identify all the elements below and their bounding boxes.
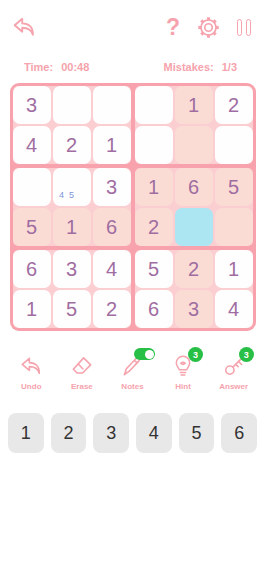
numpad-key-2[interactable]: 2 xyxy=(51,413,87,453)
cell-r2c5[interactable] xyxy=(175,126,213,164)
back-button[interactable] xyxy=(10,13,38,41)
numpad-key-4[interactable]: 4 xyxy=(136,413,172,453)
mistakes-value: 1/3 xyxy=(222,61,237,73)
settings-button[interactable] xyxy=(196,15,221,40)
answer-label: Answer xyxy=(219,382,248,391)
cell-r1c1[interactable]: 3 xyxy=(13,86,51,124)
answer-badge: 3 xyxy=(239,347,254,362)
box-1-2: 12 xyxy=(135,86,253,164)
cell-r4c2[interactable]: 1 xyxy=(53,208,91,246)
hint-badge: 3 xyxy=(188,347,203,362)
cell-r5c1[interactable]: 6 xyxy=(13,250,51,288)
cell-r4c5[interactable] xyxy=(175,208,213,246)
undo-button[interactable]: Undo xyxy=(8,353,54,391)
cell-r2c1[interactable]: 4 xyxy=(13,126,51,164)
mistakes-label: Mistakes: xyxy=(164,61,214,73)
top-bar: ? xyxy=(0,0,265,44)
cell-r3c1[interactable] xyxy=(13,168,51,206)
cell-r1c4[interactable] xyxy=(135,86,173,124)
numpad-key-6[interactable]: 6 xyxy=(221,413,257,453)
box-2-1: 453516 xyxy=(13,168,131,246)
eraser-icon xyxy=(69,353,95,379)
cell-r6c6[interactable]: 4 xyxy=(215,290,253,328)
back-arrow-icon xyxy=(10,13,38,41)
cell-r2c4[interactable] xyxy=(135,126,173,164)
answer-button[interactable]: 3 Answer xyxy=(211,353,257,391)
numpad-key-1[interactable]: 1 xyxy=(8,413,44,453)
cell-r4c6[interactable] xyxy=(215,208,253,246)
notes-label: Notes xyxy=(121,382,143,391)
sudoku-board: 3421124535161652634152521634 xyxy=(10,83,256,331)
cell-r3c4[interactable]: 1 xyxy=(135,168,173,206)
cell-r5c4[interactable]: 5 xyxy=(135,250,173,288)
notes-button[interactable]: Notes xyxy=(109,353,155,391)
toolbar: Undo Erase Notes 3 xyxy=(0,331,265,391)
cell-r1c3[interactable] xyxy=(93,86,131,124)
help-button[interactable]: ? xyxy=(166,16,180,39)
cell-r2c3[interactable]: 1 xyxy=(93,126,131,164)
cell-r1c2[interactable] xyxy=(53,86,91,124)
cell-r6c1[interactable]: 1 xyxy=(13,290,51,328)
hint-label: Hint xyxy=(175,382,191,391)
cell-r6c4[interactable]: 6 xyxy=(135,290,173,328)
box-2-2: 1652 xyxy=(135,168,253,246)
cell-r3c2[interactable]: 45 xyxy=(53,168,91,206)
cell-r2c2[interactable]: 2 xyxy=(53,126,91,164)
undo-icon xyxy=(18,353,44,379)
notes-toggle-on[interactable] xyxy=(134,348,155,360)
cell-r2c6[interactable] xyxy=(215,126,253,164)
numpad-key-3[interactable]: 3 xyxy=(93,413,129,453)
hint-button[interactable]: 3 Hint xyxy=(160,353,206,391)
cell-r5c2[interactable]: 3 xyxy=(53,250,91,288)
cell-r3c3[interactable]: 3 xyxy=(93,168,131,206)
cell-r6c3[interactable]: 2 xyxy=(93,290,131,328)
pause-icon xyxy=(237,19,251,36)
box-3-1: 634152 xyxy=(13,250,131,328)
erase-button[interactable]: Erase xyxy=(59,353,105,391)
cell-r1c5[interactable]: 1 xyxy=(175,86,213,124)
cell-r6c5[interactable]: 3 xyxy=(175,290,213,328)
cell-r3c5[interactable]: 6 xyxy=(175,168,213,206)
status-bar: Time: 00:48 Mistakes: 1/3 xyxy=(0,44,265,79)
cell-r3c6[interactable]: 5 xyxy=(215,168,253,206)
cell-r4c3[interactable]: 6 xyxy=(93,208,131,246)
cell-r6c2[interactable]: 5 xyxy=(53,290,91,328)
cell-r4c4[interactable]: 2 xyxy=(135,208,173,246)
cell-r5c5[interactable]: 2 xyxy=(175,250,213,288)
box-1-1: 3421 xyxy=(13,86,131,164)
cell-r5c3[interactable]: 4 xyxy=(93,250,131,288)
question-mark-icon: ? xyxy=(166,16,180,39)
number-pad: 123456 xyxy=(0,391,265,453)
gear-icon xyxy=(196,15,221,40)
cell-r1c6[interactable]: 2 xyxy=(215,86,253,124)
time-label: Time: xyxy=(24,61,53,73)
undo-label: Undo xyxy=(21,382,41,391)
cell-r4c1[interactable]: 5 xyxy=(13,208,51,246)
erase-label: Erase xyxy=(71,382,93,391)
box-3-2: 521634 xyxy=(135,250,253,328)
numpad-key-5[interactable]: 5 xyxy=(179,413,215,453)
pause-button[interactable] xyxy=(237,19,251,36)
pencil-notes: 45 xyxy=(53,168,91,206)
cell-r5c6[interactable]: 1 xyxy=(215,250,253,288)
time-value: 00:48 xyxy=(61,61,89,73)
